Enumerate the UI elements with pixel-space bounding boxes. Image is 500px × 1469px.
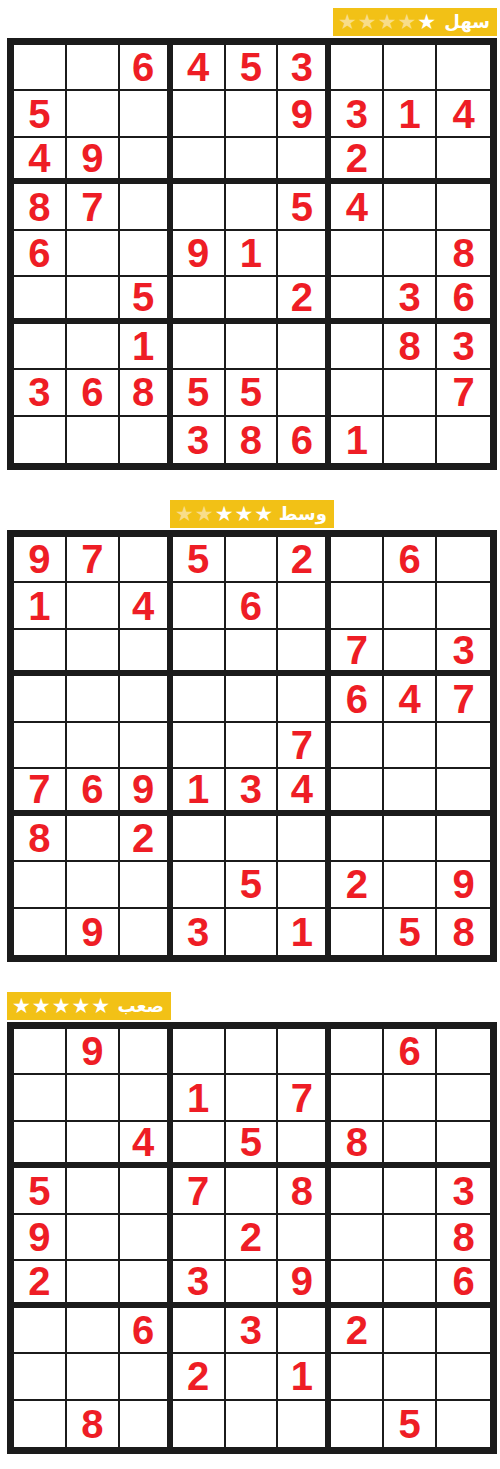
cell-hard-r9c7 xyxy=(331,1401,384,1447)
cell-easy-r9c5: 8 xyxy=(226,417,279,463)
cell-medium-r6c2: 6 xyxy=(67,769,120,815)
star-empty-icon: ★ xyxy=(195,504,214,525)
cell-medium-r9c7 xyxy=(331,909,384,955)
cell-easy-r9c2 xyxy=(67,417,120,463)
cell-easy-r2c6: 9 xyxy=(278,91,331,137)
cell-hard-r8c7 xyxy=(331,1354,384,1400)
cell-medium-r4c9: 7 xyxy=(437,676,490,722)
cell-medium-r7c1: 8 xyxy=(14,816,67,862)
star-filled-icon: ★ xyxy=(215,504,234,525)
cell-easy-r8c7 xyxy=(331,370,384,416)
cell-medium-r2c8 xyxy=(384,583,437,629)
cell-medium-r5c1 xyxy=(14,723,67,769)
cell-hard-r5c2 xyxy=(67,1215,120,1261)
cell-medium-r8c9: 9 xyxy=(437,862,490,908)
cell-hard-r8c1 xyxy=(14,1354,67,1400)
cell-medium-r8c1 xyxy=(14,862,67,908)
cell-medium-r1c9 xyxy=(437,537,490,583)
cell-medium-r4c1 xyxy=(14,676,67,722)
cell-hard-r9c2: 8 xyxy=(67,1401,120,1447)
star-empty-icon: ★ xyxy=(397,12,416,33)
puzzle-easy: ★★★★★ سهل 645359314492875469185236183368… xyxy=(7,8,497,470)
cell-easy-r6c1 xyxy=(14,277,67,323)
cell-easy-r1c6: 3 xyxy=(278,45,331,91)
cell-hard-r4c5 xyxy=(226,1168,279,1214)
cell-hard-r5c6 xyxy=(278,1215,331,1261)
difficulty-banner-easy: ★★★★★ سهل xyxy=(333,8,497,36)
cell-easy-r4c8 xyxy=(384,184,437,230)
cell-medium-r6c9 xyxy=(437,769,490,815)
cell-medium-r3c1 xyxy=(14,630,67,676)
cell-easy-r8c5: 5 xyxy=(226,370,279,416)
cell-easy-r7c3: 1 xyxy=(120,324,173,370)
cell-medium-r3c5 xyxy=(226,630,279,676)
cell-easy-r5c8 xyxy=(384,231,437,277)
cell-hard-r6c4: 3 xyxy=(173,1261,226,1307)
cell-medium-r4c3 xyxy=(120,676,173,722)
cell-hard-r6c9: 6 xyxy=(437,1261,490,1307)
cell-medium-r9c2: 9 xyxy=(67,909,120,955)
cell-medium-r3c7: 7 xyxy=(331,630,384,676)
cell-easy-r7c9: 3 xyxy=(437,324,490,370)
cell-hard-r2c4: 1 xyxy=(173,1075,226,1121)
cell-medium-r3c8 xyxy=(384,630,437,676)
sudoku-grid-medium: 975261467364777691348252993158 xyxy=(7,530,497,962)
cell-easy-r1c4: 4 xyxy=(173,45,226,91)
cell-hard-r8c4: 2 xyxy=(173,1354,226,1400)
cell-hard-r8c8 xyxy=(384,1354,437,1400)
difficulty-label-easy: سهل xyxy=(444,13,490,31)
cell-easy-r2c3 xyxy=(120,91,173,137)
cell-easy-r5c7 xyxy=(331,231,384,277)
cell-medium-r7c8 xyxy=(384,816,437,862)
cell-hard-r1c5 xyxy=(226,1029,279,1075)
cell-medium-r6c6: 4 xyxy=(278,769,331,815)
cell-medium-r1c7 xyxy=(331,537,384,583)
cell-medium-r7c3: 2 xyxy=(120,816,173,862)
cell-medium-r2c9 xyxy=(437,583,490,629)
cell-medium-r1c3 xyxy=(120,537,173,583)
cell-easy-r7c4 xyxy=(173,324,226,370)
cell-hard-r7c6 xyxy=(278,1308,331,1354)
cell-medium-r5c6: 7 xyxy=(278,723,331,769)
cell-easy-r5c2 xyxy=(67,231,120,277)
cell-easy-r4c7: 4 xyxy=(331,184,384,230)
cell-easy-r4c5 xyxy=(226,184,279,230)
cell-easy-r9c4: 3 xyxy=(173,417,226,463)
cell-medium-r9c8: 5 xyxy=(384,909,437,955)
cell-easy-r9c3 xyxy=(120,417,173,463)
cell-easy-r6c7 xyxy=(331,277,384,323)
cell-hard-r1c3 xyxy=(120,1029,173,1075)
cell-hard-r6c3 xyxy=(120,1261,173,1307)
cell-easy-r3c2: 9 xyxy=(67,138,120,184)
cell-medium-r7c4 xyxy=(173,816,226,862)
cell-easy-r2c4 xyxy=(173,91,226,137)
cell-hard-r3c6 xyxy=(278,1122,331,1168)
cell-hard-r2c8 xyxy=(384,1075,437,1121)
cell-easy-r2c2 xyxy=(67,91,120,137)
difficulty-banner-hard: ★★★★★ صعب xyxy=(7,992,171,1020)
cell-hard-r2c5 xyxy=(226,1075,279,1121)
cell-easy-r9c8 xyxy=(384,417,437,463)
cell-hard-r7c7: 2 xyxy=(331,1308,384,1354)
cell-hard-r7c5: 3 xyxy=(226,1308,279,1354)
cell-hard-r1c4 xyxy=(173,1029,226,1075)
cell-medium-r7c9 xyxy=(437,816,490,862)
cell-medium-r4c6 xyxy=(278,676,331,722)
cell-hard-r1c1 xyxy=(14,1029,67,1075)
cell-hard-r7c8 xyxy=(384,1308,437,1354)
cell-hard-r4c3 xyxy=(120,1168,173,1214)
cell-medium-r4c5 xyxy=(226,676,279,722)
cell-medium-r1c1: 9 xyxy=(14,537,67,583)
cell-easy-r3c1: 4 xyxy=(14,138,67,184)
cell-easy-r1c7 xyxy=(331,45,384,91)
cell-hard-r1c2: 9 xyxy=(67,1029,120,1075)
cell-medium-r8c6 xyxy=(278,862,331,908)
cell-easy-r1c9 xyxy=(437,45,490,91)
star-empty-icon: ★ xyxy=(358,12,377,33)
sudoku-grid-hard: 9617458578392823966322185 xyxy=(7,1022,497,1454)
cell-hard-r2c1 xyxy=(14,1075,67,1121)
cell-easy-r3c6 xyxy=(278,138,331,184)
cell-medium-r9c9: 8 xyxy=(437,909,490,955)
cell-hard-r9c3 xyxy=(120,1401,173,1447)
cell-medium-r3c2 xyxy=(67,630,120,676)
cell-hard-r1c9 xyxy=(437,1029,490,1075)
cell-hard-r1c8: 6 xyxy=(384,1029,437,1075)
cell-easy-r1c1 xyxy=(14,45,67,91)
cell-medium-r1c5 xyxy=(226,537,279,583)
cell-hard-r3c7: 8 xyxy=(331,1122,384,1168)
cell-medium-r3c9: 3 xyxy=(437,630,490,676)
cell-easy-r1c2 xyxy=(67,45,120,91)
cell-medium-r4c7: 6 xyxy=(331,676,384,722)
cell-easy-r6c2 xyxy=(67,277,120,323)
cell-hard-r7c2 xyxy=(67,1308,120,1354)
cell-medium-r6c7 xyxy=(331,769,384,815)
cell-medium-r8c3 xyxy=(120,862,173,908)
difficulty-label-medium: وسط xyxy=(279,505,327,523)
cell-easy-r6c9: 6 xyxy=(437,277,490,323)
cell-easy-r2c8: 1 xyxy=(384,91,437,137)
cell-medium-r4c8: 4 xyxy=(384,676,437,722)
cell-hard-r7c3: 6 xyxy=(120,1308,173,1354)
star-filled-icon: ★ xyxy=(52,996,71,1017)
cell-medium-r7c6 xyxy=(278,816,331,862)
cell-easy-r2c5 xyxy=(226,91,279,137)
cell-easy-r1c8 xyxy=(384,45,437,91)
cell-hard-r6c1: 2 xyxy=(14,1261,67,1307)
cell-medium-r2c5: 6 xyxy=(226,583,279,629)
cell-hard-r6c2 xyxy=(67,1261,120,1307)
cell-easy-r1c5: 5 xyxy=(226,45,279,91)
cell-hard-r4c9: 3 xyxy=(437,1168,490,1214)
cell-easy-r7c8: 8 xyxy=(384,324,437,370)
cell-medium-r7c2 xyxy=(67,816,120,862)
cell-hard-r5c5: 2 xyxy=(226,1215,279,1261)
star-filled-icon: ★ xyxy=(91,996,110,1017)
cell-easy-r5c5: 1 xyxy=(226,231,279,277)
difficulty-stars-medium: ★★★★★ xyxy=(175,504,279,525)
cell-medium-r2c6 xyxy=(278,583,331,629)
cell-medium-r6c3: 9 xyxy=(120,769,173,815)
cell-easy-r8c1: 3 xyxy=(14,370,67,416)
cell-hard-r2c7 xyxy=(331,1075,384,1121)
star-filled-icon: ★ xyxy=(12,996,31,1017)
star-filled-icon: ★ xyxy=(32,996,51,1017)
cell-medium-r5c2 xyxy=(67,723,120,769)
cell-medium-r2c1: 1 xyxy=(14,583,67,629)
star-empty-icon: ★ xyxy=(338,12,357,33)
cell-easy-r6c4 xyxy=(173,277,226,323)
cell-medium-r9c3 xyxy=(120,909,173,955)
cell-hard-r3c8 xyxy=(384,1122,437,1168)
cell-easy-r4c9 xyxy=(437,184,490,230)
star-empty-icon: ★ xyxy=(378,12,397,33)
cell-easy-r1c3: 6 xyxy=(120,45,173,91)
cell-medium-r3c4 xyxy=(173,630,226,676)
cell-hard-r3c1 xyxy=(14,1122,67,1168)
cell-easy-r3c3 xyxy=(120,138,173,184)
cell-medium-r2c3: 4 xyxy=(120,583,173,629)
cell-medium-r8c5: 5 xyxy=(226,862,279,908)
cell-medium-r5c7 xyxy=(331,723,384,769)
cell-hard-r3c4 xyxy=(173,1122,226,1168)
cell-easy-r7c7 xyxy=(331,324,384,370)
cell-easy-r8c8 xyxy=(384,370,437,416)
cell-medium-r8c8 xyxy=(384,862,437,908)
cell-easy-r5c4: 9 xyxy=(173,231,226,277)
star-filled-icon: ★ xyxy=(71,996,90,1017)
cell-hard-r9c8: 5 xyxy=(384,1401,437,1447)
cell-medium-r3c3 xyxy=(120,630,173,676)
cell-easy-r9c7: 1 xyxy=(331,417,384,463)
cell-medium-r4c2 xyxy=(67,676,120,722)
cell-easy-r7c1 xyxy=(14,324,67,370)
puzzle-medium: ★★★★★ وسط 975261467364777691348252993158 xyxy=(7,500,497,962)
cell-medium-r7c5 xyxy=(226,816,279,862)
cell-medium-r1c2: 7 xyxy=(67,537,120,583)
cell-medium-r6c4: 1 xyxy=(173,769,226,815)
star-empty-icon: ★ xyxy=(175,504,194,525)
cell-medium-r2c4 xyxy=(173,583,226,629)
cell-hard-r6c6: 9 xyxy=(278,1261,331,1307)
cell-easy-r8c4: 5 xyxy=(173,370,226,416)
cell-hard-r8c5 xyxy=(226,1354,279,1400)
cell-easy-r5c3 xyxy=(120,231,173,277)
cell-hard-r9c5 xyxy=(226,1401,279,1447)
cell-hard-r6c5 xyxy=(226,1261,279,1307)
cell-medium-r5c8 xyxy=(384,723,437,769)
cell-hard-r9c6 xyxy=(278,1401,331,1447)
cell-easy-r3c4 xyxy=(173,138,226,184)
cell-medium-r5c3 xyxy=(120,723,173,769)
cell-medium-r5c5 xyxy=(226,723,279,769)
cell-hard-r4c1: 5 xyxy=(14,1168,67,1214)
cell-hard-r5c8 xyxy=(384,1215,437,1261)
cell-medium-r5c4 xyxy=(173,723,226,769)
cell-easy-r6c6: 2 xyxy=(278,277,331,323)
cell-easy-r3c9 xyxy=(437,138,490,184)
cell-medium-r1c6: 2 xyxy=(278,537,331,583)
cell-easy-r6c5 xyxy=(226,277,279,323)
cell-hard-r8c3 xyxy=(120,1354,173,1400)
cell-medium-r9c5 xyxy=(226,909,279,955)
cell-medium-r6c8 xyxy=(384,769,437,815)
cell-hard-r3c2 xyxy=(67,1122,120,1168)
cell-easy-r8c9: 7 xyxy=(437,370,490,416)
cell-hard-r2c9 xyxy=(437,1075,490,1121)
cell-hard-r8c6: 1 xyxy=(278,1354,331,1400)
cell-easy-r5c6 xyxy=(278,231,331,277)
cell-hard-r5c1: 9 xyxy=(14,1215,67,1261)
cell-medium-r7c7 xyxy=(331,816,384,862)
cell-medium-r4c4 xyxy=(173,676,226,722)
star-filled-icon: ★ xyxy=(254,504,273,525)
cell-easy-r7c5 xyxy=(226,324,279,370)
cell-easy-r9c1 xyxy=(14,417,67,463)
cell-hard-r5c3 xyxy=(120,1215,173,1261)
cell-medium-r6c5: 3 xyxy=(226,769,279,815)
cell-medium-r9c6: 1 xyxy=(278,909,331,955)
cell-easy-r8c2: 6 xyxy=(67,370,120,416)
cell-medium-r9c4: 3 xyxy=(173,909,226,955)
cell-easy-r4c2: 7 xyxy=(67,184,120,230)
cell-hard-r9c4 xyxy=(173,1401,226,1447)
cell-hard-r7c9 xyxy=(437,1308,490,1354)
cell-medium-r6c1: 7 xyxy=(14,769,67,815)
cell-easy-r2c1: 5 xyxy=(14,91,67,137)
difficulty-stars-easy: ★★★★★ xyxy=(338,12,444,33)
cell-hard-r4c4: 7 xyxy=(173,1168,226,1214)
cell-hard-r2c3 xyxy=(120,1075,173,1121)
cell-medium-r3c6 xyxy=(278,630,331,676)
cell-medium-r1c8: 6 xyxy=(384,537,437,583)
sudoku-grid-easy: 6453593144928754691852361833685573861 xyxy=(7,38,497,470)
cell-hard-r9c9 xyxy=(437,1401,490,1447)
cell-hard-r8c2 xyxy=(67,1354,120,1400)
cell-easy-r7c6 xyxy=(278,324,331,370)
cell-hard-r7c1 xyxy=(14,1308,67,1354)
cell-hard-r4c8 xyxy=(384,1168,437,1214)
cell-hard-r2c2 xyxy=(67,1075,120,1121)
cell-easy-r2c7: 3 xyxy=(331,91,384,137)
star-filled-icon: ★ xyxy=(234,504,253,525)
cell-easy-r3c5 xyxy=(226,138,279,184)
cell-hard-r7c4 xyxy=(173,1308,226,1354)
cell-hard-r6c8 xyxy=(384,1261,437,1307)
cell-medium-r8c2 xyxy=(67,862,120,908)
cell-easy-r9c9 xyxy=(437,417,490,463)
cell-easy-r5c9: 8 xyxy=(437,231,490,277)
cell-easy-r4c3 xyxy=(120,184,173,230)
cell-easy-r6c3: 5 xyxy=(120,277,173,323)
cell-medium-r8c7: 2 xyxy=(331,862,384,908)
puzzle-hard: ★★★★★ صعب 9617458578392823966322185 xyxy=(7,992,497,1454)
cell-hard-r5c9: 8 xyxy=(437,1215,490,1261)
cell-easy-r2c9: 4 xyxy=(437,91,490,137)
cell-easy-r8c6 xyxy=(278,370,331,416)
cell-hard-r3c9 xyxy=(437,1122,490,1168)
cell-easy-r6c8: 3 xyxy=(384,277,437,323)
cell-easy-r5c1: 6 xyxy=(14,231,67,277)
cell-medium-r2c2 xyxy=(67,583,120,629)
cell-hard-r4c7 xyxy=(331,1168,384,1214)
cell-easy-r4c4 xyxy=(173,184,226,230)
cell-hard-r3c3: 4 xyxy=(120,1122,173,1168)
cell-hard-r2c6: 7 xyxy=(278,1075,331,1121)
cell-hard-r8c9 xyxy=(437,1354,490,1400)
cell-easy-r9c6: 6 xyxy=(278,417,331,463)
cell-medium-r1c4: 5 xyxy=(173,537,226,583)
cell-hard-r4c2 xyxy=(67,1168,120,1214)
cell-hard-r6c7 xyxy=(331,1261,384,1307)
cell-hard-r1c7 xyxy=(331,1029,384,1075)
cell-hard-r4c6: 8 xyxy=(278,1168,331,1214)
cell-hard-r5c4 xyxy=(173,1215,226,1261)
cell-hard-r9c1 xyxy=(14,1401,67,1447)
cell-medium-r5c9 xyxy=(437,723,490,769)
cell-medium-r8c4 xyxy=(173,862,226,908)
cell-hard-r5c7 xyxy=(331,1215,384,1261)
cell-easy-r3c7: 2 xyxy=(331,138,384,184)
cell-easy-r4c6: 5 xyxy=(278,184,331,230)
cell-medium-r9c1 xyxy=(14,909,67,955)
difficulty-label-hard: صعب xyxy=(117,997,164,1015)
difficulty-stars-hard: ★★★★★ xyxy=(12,996,117,1017)
cell-easy-r7c2 xyxy=(67,324,120,370)
cell-easy-r4c1: 8 xyxy=(14,184,67,230)
cell-hard-r1c6 xyxy=(278,1029,331,1075)
cell-medium-r2c7 xyxy=(331,583,384,629)
cell-hard-r3c5: 5 xyxy=(226,1122,279,1168)
star-filled-icon: ★ xyxy=(417,12,436,33)
cell-easy-r3c8 xyxy=(384,138,437,184)
difficulty-banner-medium: ★★★★★ وسط xyxy=(170,500,334,528)
cell-easy-r8c3: 8 xyxy=(120,370,173,416)
